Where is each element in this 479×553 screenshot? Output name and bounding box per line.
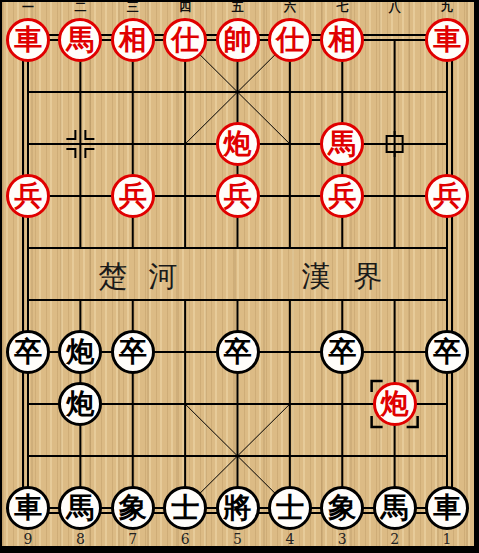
piece-red-general[interactable]: 帥 (216, 18, 260, 62)
file-label-top-3: 三 (127, 1, 139, 13)
point-mark (66, 130, 75, 139)
xiangqi-board: 一二三四五六七八九 987654321 楚 河 漢 界 車馬相仕帥仕相車炮馬兵兵… (0, 0, 479, 553)
board-grid (0, 0, 479, 553)
piece-black-soldier[interactable]: 卒 (320, 330, 364, 374)
river-text-jie: 界 (354, 262, 383, 291)
file-label-bottom-1: 9 (24, 532, 33, 546)
piece-red-elephant[interactable]: 相 (111, 18, 155, 62)
piece-red-horse[interactable]: 馬 (58, 18, 102, 62)
piece-black-cannon[interactable]: 炮 (58, 382, 102, 426)
piece-black-chariot[interactable]: 車 (425, 486, 469, 530)
piece-red-cannon[interactable]: 炮 (373, 382, 417, 426)
piece-red-soldier[interactable]: 兵 (111, 174, 155, 218)
file-label-top-8: 八 (389, 1, 401, 13)
piece-black-advisor[interactable]: 士 (163, 486, 207, 530)
piece-red-advisor[interactable]: 仕 (163, 18, 207, 62)
piece-red-advisor[interactable]: 仕 (268, 18, 312, 62)
piece-black-soldier[interactable]: 卒 (6, 330, 50, 374)
piece-black-cannon[interactable]: 炮 (58, 330, 102, 374)
piece-black-soldier[interactable]: 卒 (111, 330, 155, 374)
piece-black-horse[interactable]: 馬 (373, 486, 417, 530)
piece-black-elephant[interactable]: 象 (320, 486, 364, 530)
file-label-bottom-8: 2 (390, 532, 399, 546)
piece-black-general[interactable]: 將 (216, 486, 260, 530)
piece-black-elephant[interactable]: 象 (111, 486, 155, 530)
piece-red-elephant[interactable]: 相 (320, 18, 364, 62)
point-mark (85, 130, 94, 139)
file-label-top-4: 四 (179, 1, 191, 13)
file-label-bottom-5: 5 (233, 532, 242, 546)
piece-black-soldier[interactable]: 卒 (425, 330, 469, 374)
file-label-bottom-2: 8 (76, 532, 85, 546)
river-text-han: 漢 (302, 262, 331, 291)
piece-red-soldier[interactable]: 兵 (425, 174, 469, 218)
file-label-top-6: 六 (284, 1, 296, 13)
file-label-bottom-9: 1 (443, 532, 452, 546)
file-label-bottom-7: 3 (338, 532, 347, 546)
river-text-he: 河 (149, 262, 178, 291)
file-label-top-1: 一 (22, 1, 34, 13)
piece-red-chariot[interactable]: 車 (6, 18, 50, 62)
piece-red-chariot[interactable]: 車 (425, 18, 469, 62)
piece-red-soldier[interactable]: 兵 (320, 174, 364, 218)
point-mark (66, 149, 75, 158)
piece-red-soldier[interactable]: 兵 (6, 174, 50, 218)
file-label-bottom-3: 7 (128, 532, 137, 546)
piece-black-soldier[interactable]: 卒 (216, 330, 260, 374)
piece-black-horse[interactable]: 馬 (58, 486, 102, 530)
file-label-top-7: 七 (336, 1, 348, 13)
file-label-bottom-4: 6 (181, 532, 190, 546)
file-label-bottom-6: 4 (285, 532, 294, 546)
piece-red-horse[interactable]: 馬 (320, 122, 364, 166)
river-text-chu: 楚 (99, 262, 128, 291)
piece-red-cannon[interactable]: 炮 (216, 122, 260, 166)
piece-black-advisor[interactable]: 士 (268, 486, 312, 530)
file-label-top-2: 二 (74, 1, 86, 13)
piece-red-soldier[interactable]: 兵 (216, 174, 260, 218)
file-label-top-9: 九 (441, 1, 453, 13)
point-mark (85, 149, 94, 158)
file-label-top-5: 五 (232, 1, 244, 13)
piece-black-chariot[interactable]: 車 (6, 486, 50, 530)
